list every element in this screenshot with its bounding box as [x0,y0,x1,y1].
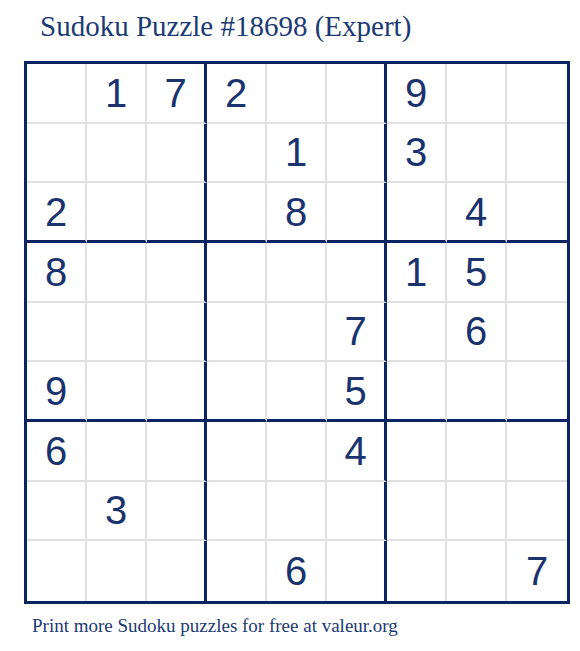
cell-r5c5[interactable] [267,303,327,363]
cell-r4c8[interactable]: 5 [447,243,507,303]
cell-r7c7[interactable] [387,422,447,482]
cell-r9c5[interactable]: 6 [267,541,327,601]
cell-r1c4[interactable]: 2 [207,64,267,124]
cell-r3c8[interactable]: 4 [447,183,507,243]
cell-r4c4[interactable] [207,243,267,303]
cell-r3c5[interactable]: 8 [267,183,327,243]
cell-r9c3[interactable] [147,541,207,601]
cell-r1c3[interactable]: 7 [147,64,207,124]
cell-r4c5[interactable] [267,243,327,303]
cell-r3c4[interactable] [207,183,267,243]
cell-r8c4[interactable] [207,482,267,542]
cell-r7c2[interactable] [87,422,147,482]
cell-r6c1[interactable]: 9 [27,362,87,422]
cell-r4c9[interactable] [507,243,567,303]
cell-r7c4[interactable] [207,422,267,482]
cell-r2c3[interactable] [147,124,207,184]
cell-r5c7[interactable] [387,303,447,363]
cell-r6c7[interactable] [387,362,447,422]
cell-r4c7[interactable]: 1 [387,243,447,303]
cell-r9c6[interactable] [327,541,387,601]
cell-r1c9[interactable] [507,64,567,124]
cell-r6c4[interactable] [207,362,267,422]
cell-r6c9[interactable] [507,362,567,422]
cell-r1c7[interactable]: 9 [387,64,447,124]
cell-r1c6[interactable] [327,64,387,124]
cell-r8c6[interactable] [327,482,387,542]
cell-r7c3[interactable] [147,422,207,482]
cell-r4c3[interactable] [147,243,207,303]
footer-text: Print more Sudoku puzzles for free at va… [32,615,398,637]
cell-r7c8[interactable] [447,422,507,482]
cell-r6c3[interactable] [147,362,207,422]
cell-r6c6[interactable]: 5 [327,362,387,422]
cell-r4c6[interactable] [327,243,387,303]
cell-r8c8[interactable] [447,482,507,542]
cell-r8c1[interactable] [27,482,87,542]
cell-r2c1[interactable] [27,124,87,184]
cell-r8c3[interactable] [147,482,207,542]
cell-r5c1[interactable] [27,303,87,363]
cell-r4c1[interactable]: 8 [27,243,87,303]
cell-r5c9[interactable] [507,303,567,363]
cell-r7c5[interactable] [267,422,327,482]
cell-r3c1[interactable]: 2 [27,183,87,243]
cell-r8c9[interactable] [507,482,567,542]
cell-r2c8[interactable] [447,124,507,184]
cell-r5c6[interactable]: 7 [327,303,387,363]
cell-r2c5[interactable]: 1 [267,124,327,184]
cell-r2c7[interactable]: 3 [387,124,447,184]
cell-r1c8[interactable] [447,64,507,124]
cell-r6c2[interactable] [87,362,147,422]
cell-r5c4[interactable] [207,303,267,363]
cell-r3c9[interactable] [507,183,567,243]
cell-r3c2[interactable] [87,183,147,243]
cell-r6c8[interactable] [447,362,507,422]
cell-r1c5[interactable] [267,64,327,124]
cell-r8c5[interactable] [267,482,327,542]
cell-r6c5[interactable] [267,362,327,422]
cell-r2c2[interactable] [87,124,147,184]
cell-r2c9[interactable] [507,124,567,184]
page-title: Sudoku Puzzle #18698 (Expert) [40,10,411,43]
cell-r9c2[interactable] [87,541,147,601]
cell-r9c9[interactable]: 7 [507,541,567,601]
cell-r8c7[interactable] [387,482,447,542]
cell-r2c6[interactable] [327,124,387,184]
cell-r2c4[interactable] [207,124,267,184]
cell-r8c2[interactable]: 3 [87,482,147,542]
cell-r7c9[interactable] [507,422,567,482]
cell-r9c7[interactable] [387,541,447,601]
page-root: { "game": "sudoku", "position": "0172009… [0,0,580,651]
cell-r5c8[interactable]: 6 [447,303,507,363]
cell-r3c3[interactable] [147,183,207,243]
cell-r1c1[interactable] [27,64,87,124]
cell-r3c7[interactable] [387,183,447,243]
cell-r9c1[interactable] [27,541,87,601]
cell-r5c2[interactable] [87,303,147,363]
cell-r5c3[interactable] [147,303,207,363]
sudoku-grid: 172913284815769564367 [24,61,570,604]
cell-r9c4[interactable] [207,541,267,601]
cell-r7c1[interactable]: 6 [27,422,87,482]
cell-r9c8[interactable] [447,541,507,601]
cell-r3c6[interactable] [327,183,387,243]
cell-r1c2[interactable]: 1 [87,64,147,124]
cell-r7c6[interactable]: 4 [327,422,387,482]
cell-r4c2[interactable] [87,243,147,303]
